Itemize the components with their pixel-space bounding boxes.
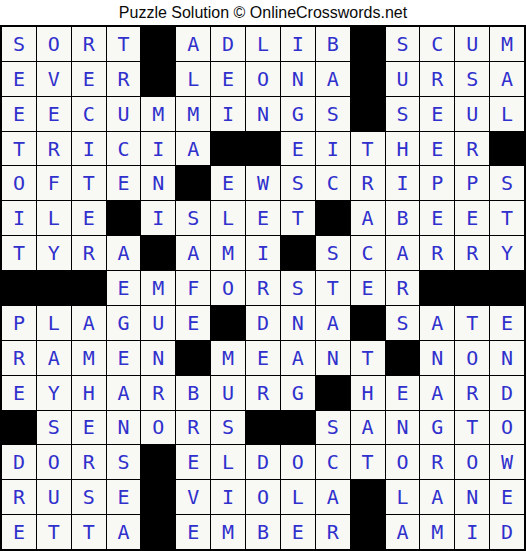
grid-cell-r10c9: A	[281, 341, 315, 375]
grid-cell-r15c4: A	[107, 515, 141, 549]
grid-cell-r13c6: E	[176, 445, 210, 479]
grid-cell-r2c13: R	[420, 62, 454, 96]
grid-cell-r4c6: A	[176, 132, 210, 166]
grid-cell-r11c4: A	[107, 376, 141, 410]
grid-cell-r3c13: E	[420, 97, 454, 131]
grid-cell-r12c14: T	[455, 411, 489, 445]
grid-cell-r3c3: C	[72, 97, 106, 131]
black-cell-r8c2	[37, 271, 71, 305]
grid-cell-r14c1: R	[2, 480, 36, 514]
grid-cell-r7c4: A	[107, 236, 141, 270]
grid-cell-r1c12: S	[386, 27, 420, 61]
black-cell-r14c11	[351, 480, 385, 514]
grid-cell-r5c15: S	[490, 166, 524, 200]
grid-cell-r9c9: N	[281, 306, 315, 340]
grid-cell-r12c10: S	[316, 411, 350, 445]
grid-cell-r7c2: Y	[37, 236, 71, 270]
grid-cell-r14c7: I	[211, 480, 245, 514]
grid-cell-r4c10: I	[316, 132, 350, 166]
grid-cell-r14c10: A	[316, 480, 350, 514]
grid-cell-r15c6: E	[176, 515, 210, 549]
grid-cell-r14c15: E	[490, 480, 524, 514]
grid-cell-r7c12: A	[386, 236, 420, 270]
grid-cell-r12c11: A	[351, 411, 385, 445]
grid-cell-r13c11: T	[351, 445, 385, 479]
grid-cell-r5c13: P	[420, 166, 454, 200]
grid-cell-r9c12: S	[386, 306, 420, 340]
grid-cell-r6c6: S	[176, 201, 210, 235]
grid-cell-r5c1: O	[2, 166, 36, 200]
black-cell-r13c5	[141, 445, 175, 479]
grid-cell-r2c2: V	[37, 62, 71, 96]
grid-cell-r6c9: T	[281, 201, 315, 235]
black-cell-r1c11	[351, 27, 385, 61]
grid-cell-r4c9: E	[281, 132, 315, 166]
grid-cell-r6c15: T	[490, 201, 524, 235]
black-cell-r12c9	[281, 411, 315, 445]
grid-cell-r9c13: A	[420, 306, 454, 340]
black-cell-r1c5	[141, 27, 175, 61]
grid-cell-r4c14: R	[455, 132, 489, 166]
grid-cell-r11c5: R	[141, 376, 175, 410]
grid-cell-r3c5: M	[141, 97, 175, 131]
grid-cell-r1c2: O	[37, 27, 71, 61]
grid-cell-r9c6: E	[176, 306, 210, 340]
grid-cell-r7c8: I	[246, 236, 280, 270]
grid-cell-r15c3: T	[72, 515, 106, 549]
grid-cell-r3c7: I	[211, 97, 245, 131]
black-cell-r8c13	[420, 271, 454, 305]
grid-cell-r8c8: R	[246, 271, 280, 305]
grid-cell-r9c8: D	[246, 306, 280, 340]
grid-cell-r8c7: O	[211, 271, 245, 305]
grid-cell-r1c15: M	[490, 27, 524, 61]
grid-cell-r10c7: M	[211, 341, 245, 375]
black-cell-r9c11	[351, 306, 385, 340]
black-cell-r7c9	[281, 236, 315, 270]
grid-cell-r6c11: A	[351, 201, 385, 235]
grid-cell-r10c8: E	[246, 341, 280, 375]
grid-cell-r6c8: E	[246, 201, 280, 235]
crossword-board: SORTADLIBSCUMEVERLEONAURSAEECUMMINGSSEUL…	[0, 25, 526, 551]
grid-cell-r5c5: N	[141, 166, 175, 200]
grid-cell-r3c4: U	[107, 97, 141, 131]
grid-cell-r6c1: I	[2, 201, 36, 235]
grid-cell-r13c1: D	[2, 445, 36, 479]
grid-cell-r10c13: N	[420, 341, 454, 375]
grid-cell-r15c7: M	[211, 515, 245, 549]
black-cell-r8c15	[490, 271, 524, 305]
grid-cell-r11c8: R	[246, 376, 280, 410]
page-title: Puzzle Solution © OnlineCrosswords.net	[119, 4, 407, 22]
grid-cell-r7c13: R	[420, 236, 454, 270]
grid-cell-r7c6: A	[176, 236, 210, 270]
grid-cell-r9c2: L	[37, 306, 71, 340]
grid-cell-r14c6: V	[176, 480, 210, 514]
grid-cell-r6c12: B	[386, 201, 420, 235]
grid-cell-r7c14: R	[455, 236, 489, 270]
grid-cell-r9c4: G	[107, 306, 141, 340]
black-cell-r10c12	[386, 341, 420, 375]
grid-cell-r3c14: U	[455, 97, 489, 131]
grid-cell-r6c2: L	[37, 201, 71, 235]
title-bar: Puzzle Solution © OnlineCrosswords.net	[0, 0, 526, 25]
grid-cell-r1c14: U	[455, 27, 489, 61]
grid-cell-r3c1: E	[2, 97, 36, 131]
grid-cell-r4c12: H	[386, 132, 420, 166]
grid-cell-r2c8: O	[246, 62, 280, 96]
grid-cell-r5c2: F	[37, 166, 71, 200]
grid-cell-r7c1: T	[2, 236, 36, 270]
grid-cell-r7c11: C	[351, 236, 385, 270]
grid-cell-r14c13: A	[420, 480, 454, 514]
grid-cell-r1c6: A	[176, 27, 210, 61]
grid-cell-r9c15: E	[490, 306, 524, 340]
black-cell-r11c10	[316, 376, 350, 410]
grid-cell-r10c2: A	[37, 341, 71, 375]
grid-cell-r2c9: N	[281, 62, 315, 96]
grid-cell-r13c2: O	[37, 445, 71, 479]
grid-cell-r5c11: R	[351, 166, 385, 200]
grid-cell-r12c2: S	[37, 411, 71, 445]
grid-cell-r2c10: A	[316, 62, 350, 96]
grid-cell-r3c15: L	[490, 97, 524, 131]
black-cell-r3c11	[351, 97, 385, 131]
grid-cell-r5c12: I	[386, 166, 420, 200]
grid-cell-r2c3: E	[72, 62, 106, 96]
grid-cell-r1c7: D	[211, 27, 245, 61]
grid-cell-r4c13: E	[420, 132, 454, 166]
black-cell-r12c1	[2, 411, 36, 445]
grid-cell-r15c10: R	[316, 515, 350, 549]
grid-cell-r1c10: B	[316, 27, 350, 61]
grid-cell-r11c14: R	[455, 376, 489, 410]
grid-cell-r3c10: S	[316, 97, 350, 131]
grid-cell-r15c2: T	[37, 515, 71, 549]
grid-cell-r15c9: E	[281, 515, 315, 549]
grid-cell-r13c3: R	[72, 445, 106, 479]
grid-cell-r2c4: R	[107, 62, 141, 96]
grid-cell-r3c2: E	[37, 97, 71, 131]
grid-cell-r13c4: S	[107, 445, 141, 479]
grid-cell-r15c15: D	[490, 515, 524, 549]
black-cell-r6c4	[107, 201, 141, 235]
grid-cell-r8c12: R	[386, 271, 420, 305]
grid-cell-r11c1: E	[2, 376, 36, 410]
grid-cell-r11c6: B	[176, 376, 210, 410]
grid-cell-r4c1: T	[2, 132, 36, 166]
grid-cell-r11c11: H	[351, 376, 385, 410]
grid-cell-r14c4: E	[107, 480, 141, 514]
grid-cell-r11c12: E	[386, 376, 420, 410]
black-cell-r4c8	[246, 132, 280, 166]
grid-cell-r8c11: E	[351, 271, 385, 305]
grid-cell-r5c4: E	[107, 166, 141, 200]
black-cell-r10c6	[176, 341, 210, 375]
grid-cell-r15c12: A	[386, 515, 420, 549]
grid-cell-r11c2: Y	[37, 376, 71, 410]
grid-cell-r7c15: Y	[490, 236, 524, 270]
grid-cell-r4c2: R	[37, 132, 71, 166]
grid-cell-r10c3: M	[72, 341, 106, 375]
grid-cell-r14c12: L	[386, 480, 420, 514]
grid-cell-r2c6: L	[176, 62, 210, 96]
black-cell-r8c14	[455, 271, 489, 305]
grid-cell-r6c7: L	[211, 201, 245, 235]
grid-cell-r10c15: N	[490, 341, 524, 375]
grid-cell-r2c14: S	[455, 62, 489, 96]
grid-cell-r6c14: E	[455, 201, 489, 235]
grid-cell-r10c14: O	[455, 341, 489, 375]
puzzle-solution-page: Puzzle Solution © OnlineCrosswords.net S…	[0, 0, 526, 551]
grid-cell-r5c10: C	[316, 166, 350, 200]
grid-cell-r6c3: E	[72, 201, 106, 235]
grid-cell-r6c5: I	[141, 201, 175, 235]
grid-cell-r13c8: D	[246, 445, 280, 479]
grid-cell-r2c1: E	[2, 62, 36, 96]
grid-cell-r1c8: L	[246, 27, 280, 61]
black-cell-r8c3	[72, 271, 106, 305]
grid-cell-r14c9: L	[281, 480, 315, 514]
grid-cell-r2c12: U	[386, 62, 420, 96]
grid-cell-r3c8: N	[246, 97, 280, 131]
grid-cell-r11c13: A	[420, 376, 454, 410]
grid-cell-r12c13: G	[420, 411, 454, 445]
grid-cell-r12c4: N	[107, 411, 141, 445]
grid-cell-r11c15: D	[490, 376, 524, 410]
grid-cell-r3c6: M	[176, 97, 210, 131]
grid-cell-r1c13: C	[420, 27, 454, 61]
grid-cell-r7c7: M	[211, 236, 245, 270]
grid-cell-r15c1: E	[2, 515, 36, 549]
grid-cell-r13c12: O	[386, 445, 420, 479]
grid-cell-r10c5: N	[141, 341, 175, 375]
grid-cell-r9c14: T	[455, 306, 489, 340]
black-cell-r2c11	[351, 62, 385, 96]
grid-cell-r11c7: U	[211, 376, 245, 410]
grid-cell-r4c3: I	[72, 132, 106, 166]
black-cell-r15c5	[141, 515, 175, 549]
black-cell-r6c10	[316, 201, 350, 235]
black-cell-r4c15	[490, 132, 524, 166]
grid-cell-r1c1: S	[2, 27, 36, 61]
grid-cell-r5c7: E	[211, 166, 245, 200]
grid-cell-r9c1: P	[2, 306, 36, 340]
grid-cell-r14c14: N	[455, 480, 489, 514]
grid-cell-r11c3: H	[72, 376, 106, 410]
grid-cell-r12c7: S	[211, 411, 245, 445]
grid-cell-r4c5: I	[141, 132, 175, 166]
grid-cell-r11c9: G	[281, 376, 315, 410]
grid-cell-r14c2: U	[37, 480, 71, 514]
grid-cell-r5c9: S	[281, 166, 315, 200]
grid-cell-r13c13: R	[420, 445, 454, 479]
grid-cell-r12c5: O	[141, 411, 175, 445]
grid-cell-r14c8: O	[246, 480, 280, 514]
grid-cell-r13c10: C	[316, 445, 350, 479]
black-cell-r9c7	[211, 306, 245, 340]
black-cell-r15c11	[351, 515, 385, 549]
black-cell-r7c5	[141, 236, 175, 270]
black-cell-r8c1	[2, 271, 36, 305]
grid-cell-r15c8: B	[246, 515, 280, 549]
grid-cell-r6c13: E	[420, 201, 454, 235]
black-cell-r5c6	[176, 166, 210, 200]
grid-cell-r1c9: I	[281, 27, 315, 61]
grid-cell-r9c5: U	[141, 306, 175, 340]
grid-cell-r4c4: C	[107, 132, 141, 166]
grid-cell-r12c6: R	[176, 411, 210, 445]
grid-cell-r10c10: N	[316, 341, 350, 375]
grid-cell-r9c10: A	[316, 306, 350, 340]
grid-cell-r13c14: O	[455, 445, 489, 479]
grid-cell-r5c14: P	[455, 166, 489, 200]
grid-cell-r13c7: L	[211, 445, 245, 479]
black-cell-r4c7	[211, 132, 245, 166]
grid-cell-r2c7: E	[211, 62, 245, 96]
grid-cell-r1c3: R	[72, 27, 106, 61]
grid-cell-r8c10: T	[316, 271, 350, 305]
grid-cell-r3c12: S	[386, 97, 420, 131]
grid-cell-r10c1: R	[2, 341, 36, 375]
grid-cell-r10c11: T	[351, 341, 385, 375]
grid-cell-r5c8: W	[246, 166, 280, 200]
grid-cell-r2c15: A	[490, 62, 524, 96]
grid-cell-r12c12: N	[386, 411, 420, 445]
grid-cell-r7c3: R	[72, 236, 106, 270]
grid-cell-r7c10: S	[316, 236, 350, 270]
grid-cell-r15c14: I	[455, 515, 489, 549]
grid-cell-r14c3: S	[72, 480, 106, 514]
grid-cell-r4c11: T	[351, 132, 385, 166]
grid-cell-r12c15: O	[490, 411, 524, 445]
grid-cell-r5c3: T	[72, 166, 106, 200]
grid-cell-r8c5: M	[141, 271, 175, 305]
black-cell-r14c5	[141, 480, 175, 514]
grid-cell-r15c13: M	[420, 515, 454, 549]
grid-cell-r12c3: E	[72, 411, 106, 445]
grid-cell-r13c9: O	[281, 445, 315, 479]
grid-cell-r13c15: W	[490, 445, 524, 479]
grid-cell-r8c6: F	[176, 271, 210, 305]
grid-cell-r8c4: E	[107, 271, 141, 305]
black-cell-r12c8	[246, 411, 280, 445]
grid-cell-r8c9: S	[281, 271, 315, 305]
grid-cell-r10c4: E	[107, 341, 141, 375]
grid-cell-r1c4: T	[107, 27, 141, 61]
grid-cell-r9c3: A	[72, 306, 106, 340]
grid-cell-r3c9: G	[281, 97, 315, 131]
black-cell-r2c5	[141, 62, 175, 96]
